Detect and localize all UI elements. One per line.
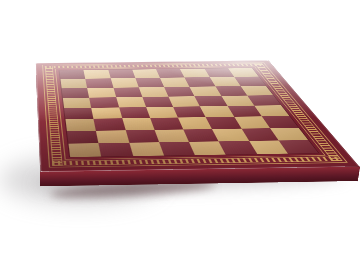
square-a1: [68, 143, 101, 157]
square-b1: [99, 143, 133, 157]
square-h5: [247, 95, 281, 105]
greek-key-band-front: [52, 157, 343, 166]
square-a5: [63, 98, 92, 109]
square-h7: [234, 77, 266, 86]
square-c4: [119, 107, 150, 118]
square-c7: [110, 78, 138, 87]
square-h8: [228, 68, 259, 77]
square-c5: [116, 97, 146, 108]
chess-board: [36, 60, 359, 171]
square-h6: [240, 86, 273, 96]
square-c8: [108, 70, 135, 79]
playing-field: [59, 68, 318, 157]
square-b6: [87, 88, 115, 98]
square-c1: [129, 142, 164, 156]
square-a4: [64, 108, 94, 119]
square-a2: [67, 131, 99, 144]
square-a8: [59, 70, 85, 79]
square-c3: [122, 118, 154, 130]
board-front-side: [40, 166, 361, 186]
square-a3: [65, 119, 96, 131]
square-c6: [113, 87, 142, 97]
square-b5: [89, 97, 118, 108]
square-b4: [91, 107, 121, 118]
product-photo: [0, 0, 364, 260]
square-b8: [84, 70, 111, 79]
square-a6: [62, 88, 90, 98]
square-a7: [61, 79, 88, 88]
square-b3: [94, 118, 126, 130]
square-b7: [85, 78, 112, 87]
square-b2: [96, 130, 129, 143]
square-c2: [125, 130, 159, 143]
